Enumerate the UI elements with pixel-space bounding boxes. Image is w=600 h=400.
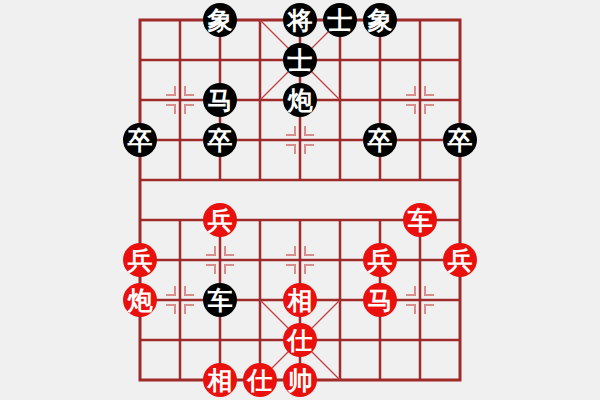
intersection-2-5: 兵 [200, 200, 240, 240]
piece-black-pawn[interactable]: 卒 [123, 123, 157, 157]
intersection-6-3: 卒 [360, 120, 400, 160]
intersection-0-0 [120, 0, 160, 40]
intersection-8-0 [440, 0, 480, 40]
intersection-7-2 [400, 80, 440, 120]
piece-red-elephant[interactable]: 相 [283, 283, 317, 317]
intersection-5-1 [320, 40, 360, 80]
intersection-7-5: 车 [400, 200, 440, 240]
intersection-1-7 [160, 280, 200, 320]
intersection-5-7 [320, 280, 360, 320]
intersection-0-6: 兵 [120, 240, 160, 280]
intersection-6-7: 马 [360, 280, 400, 320]
intersection-6-0: 象 [360, 0, 400, 40]
intersection-0-8 [120, 320, 160, 360]
intersection-7-0 [400, 0, 440, 40]
intersection-3-7 [240, 280, 280, 320]
piece-black-horse[interactable]: 马 [203, 83, 237, 117]
intersection-1-2 [160, 80, 200, 120]
intersection-2-6 [200, 240, 240, 280]
intersection-6-8 [360, 320, 400, 360]
intersection-3-6 [240, 240, 280, 280]
intersection-5-5 [320, 200, 360, 240]
intersection-8-3: 卒 [440, 120, 480, 160]
pieces-layer: 象将士象士马炮卒卒卒卒兵车兵兵兵炮车相马仕相仕帅 [120, 0, 480, 400]
intersection-5-2 [320, 80, 360, 120]
piece-black-elephant[interactable]: 象 [203, 3, 237, 37]
piece-red-pawn[interactable]: 兵 [203, 203, 237, 237]
intersection-4-9: 帅 [280, 360, 320, 400]
intersection-4-8: 仕 [280, 320, 320, 360]
intersection-3-1 [240, 40, 280, 80]
intersection-4-5 [280, 200, 320, 240]
intersection-8-2 [440, 80, 480, 120]
piece-red-cannon[interactable]: 炮 [123, 283, 157, 317]
intersection-7-4 [400, 160, 440, 200]
intersection-4-4 [280, 160, 320, 200]
intersection-1-9 [160, 360, 200, 400]
piece-red-chariot[interactable]: 车 [403, 203, 437, 237]
intersection-5-4 [320, 160, 360, 200]
intersection-4-2: 炮 [280, 80, 320, 120]
intersection-7-9 [400, 360, 440, 400]
piece-black-elephant[interactable]: 象 [363, 3, 397, 37]
piece-red-pawn[interactable]: 兵 [443, 243, 477, 277]
intersection-3-3 [240, 120, 280, 160]
piece-red-pawn[interactable]: 兵 [123, 243, 157, 277]
intersection-5-9 [320, 360, 360, 400]
intersection-5-3 [320, 120, 360, 160]
intersection-2-3: 卒 [200, 120, 240, 160]
intersection-3-2 [240, 80, 280, 120]
intersection-8-9 [440, 360, 480, 400]
intersection-8-5 [440, 200, 480, 240]
piece-black-chariot[interactable]: 车 [203, 283, 237, 317]
intersection-8-1 [440, 40, 480, 80]
piece-red-advisor[interactable]: 仕 [283, 323, 317, 357]
piece-red-pawn[interactable]: 兵 [363, 243, 397, 277]
intersection-3-8 [240, 320, 280, 360]
intersection-5-6 [320, 240, 360, 280]
intersection-2-4 [200, 160, 240, 200]
intersection-8-6: 兵 [440, 240, 480, 280]
intersection-1-8 [160, 320, 200, 360]
piece-black-pawn[interactable]: 卒 [363, 123, 397, 157]
intersection-8-7 [440, 280, 480, 320]
intersection-2-7: 车 [200, 280, 240, 320]
intersection-1-4 [160, 160, 200, 200]
intersection-1-5 [160, 200, 200, 240]
intersection-0-1 [120, 40, 160, 80]
xiangqi-app: 象将士象士马炮卒卒卒卒兵车兵兵兵炮车相马仕相仕帅 [0, 0, 600, 400]
piece-red-elephant[interactable]: 相 [203, 363, 237, 397]
piece-black-cannon[interactable]: 炮 [283, 83, 317, 117]
intersection-2-2: 马 [200, 80, 240, 120]
intersection-7-7 [400, 280, 440, 320]
intersection-7-8 [400, 320, 440, 360]
intersection-4-1: 士 [280, 40, 320, 80]
intersection-5-0: 士 [320, 0, 360, 40]
intersection-3-9: 仕 [240, 360, 280, 400]
piece-black-pawn[interactable]: 卒 [203, 123, 237, 157]
piece-red-general[interactable]: 帅 [283, 363, 317, 397]
intersection-4-7: 相 [280, 280, 320, 320]
intersection-1-3 [160, 120, 200, 160]
intersection-8-8 [440, 320, 480, 360]
intersection-0-9 [120, 360, 160, 400]
intersection-6-5 [360, 200, 400, 240]
intersection-7-6 [400, 240, 440, 280]
intersection-6-1 [360, 40, 400, 80]
piece-red-advisor[interactable]: 仕 [243, 363, 277, 397]
intersection-1-6 [160, 240, 200, 280]
intersection-0-3: 卒 [120, 120, 160, 160]
piece-red-horse[interactable]: 马 [363, 283, 397, 317]
intersection-3-4 [240, 160, 280, 200]
intersection-4-3 [280, 120, 320, 160]
intersection-7-3 [400, 120, 440, 160]
piece-black-advisor[interactable]: 士 [283, 43, 317, 77]
piece-black-pawn[interactable]: 卒 [443, 123, 477, 157]
intersection-6-4 [360, 160, 400, 200]
piece-black-general[interactable]: 将 [283, 3, 317, 37]
intersection-7-1 [400, 40, 440, 80]
intersection-2-0: 象 [200, 0, 240, 40]
intersection-3-5 [240, 200, 280, 240]
piece-black-advisor[interactable]: 士 [323, 3, 357, 37]
intersection-2-1 [200, 40, 240, 80]
intersection-8-4 [440, 160, 480, 200]
intersection-6-9 [360, 360, 400, 400]
intersection-4-0: 将 [280, 0, 320, 40]
intersection-0-7: 炮 [120, 280, 160, 320]
intersection-1-0 [160, 0, 200, 40]
intersection-6-2 [360, 80, 400, 120]
intersection-2-8 [200, 320, 240, 360]
intersection-4-6 [280, 240, 320, 280]
intersection-0-2 [120, 80, 160, 120]
intersection-1-1 [160, 40, 200, 80]
intersection-2-9: 相 [200, 360, 240, 400]
intersection-5-8 [320, 320, 360, 360]
intersection-6-6: 兵 [360, 240, 400, 280]
intersection-0-5 [120, 200, 160, 240]
intersection-3-0 [240, 0, 280, 40]
intersection-0-4 [120, 160, 160, 200]
